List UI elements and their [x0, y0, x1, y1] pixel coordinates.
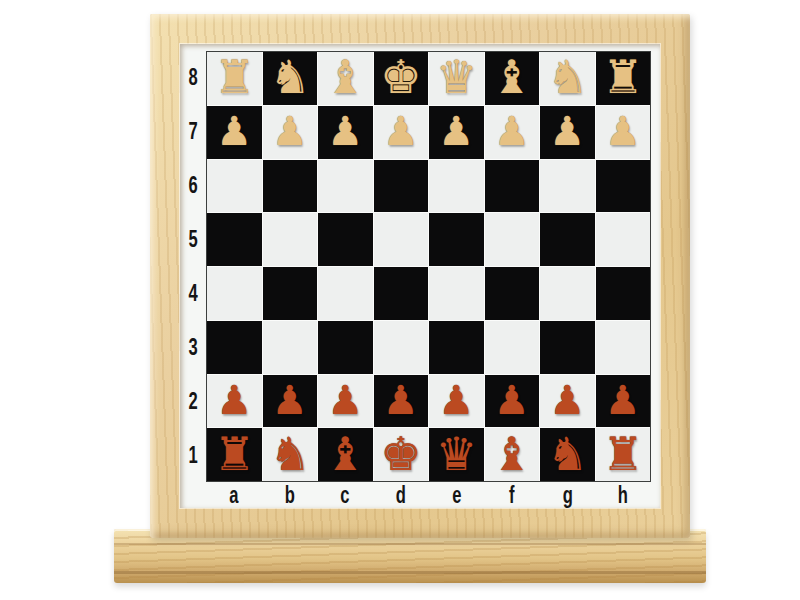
square-h3[interactable] — [596, 321, 651, 374]
file-label-c: c — [325, 482, 365, 509]
square-c8[interactable]: ♝ — [318, 52, 373, 105]
square-g5[interactable] — [540, 213, 595, 266]
red-queen-e1[interactable]: ♛ — [436, 431, 477, 477]
red-king-d1[interactable]: ♚ — [380, 431, 421, 477]
square-h1[interactable]: ♜ — [596, 428, 651, 481]
light-wood-king-d8[interactable]: ♚ — [380, 54, 421, 100]
square-c3[interactable] — [318, 321, 373, 374]
rank-label-1: 1 — [184, 428, 203, 482]
square-h2[interactable]: ♟ — [596, 375, 651, 428]
square-g7[interactable]: ♟ — [540, 106, 595, 159]
red-pawn-f2[interactable]: ♟ — [494, 380, 530, 420]
square-h5[interactable] — [596, 213, 651, 266]
red-pawn-c2[interactable]: ♟ — [327, 380, 363, 420]
square-d2[interactable]: ♟ — [374, 375, 429, 428]
file-label-g: g — [548, 482, 588, 509]
rank-label-2: 2 — [184, 374, 203, 428]
square-g6[interactable] — [540, 160, 595, 213]
square-c6[interactable] — [318, 160, 373, 213]
square-c7[interactable]: ♟ — [318, 106, 373, 159]
square-e1[interactable]: ♛ — [429, 428, 484, 481]
square-d6[interactable] — [374, 160, 429, 213]
rank-labels: 87654321 — [180, 51, 206, 482]
square-g8[interactable]: ♞ — [540, 52, 595, 105]
square-a5[interactable] — [207, 213, 262, 266]
rank-label-3: 3 — [184, 320, 203, 374]
light-wood-knight-g8[interactable]: ♞ — [547, 54, 588, 100]
square-f8[interactable]: ♝ — [485, 52, 540, 105]
red-pawn-g2[interactable]: ♟ — [549, 380, 585, 420]
square-h4[interactable] — [596, 267, 651, 320]
square-d1[interactable]: ♚ — [374, 428, 429, 481]
chess-board: ♜♞♝♚♛♝♞♜♟♟♟♟♟♟♟♟♟♟♟♟♟♟♟♟♜♞♝♚♛♝♞♜ — [206, 51, 651, 482]
square-b6[interactable] — [263, 160, 318, 213]
square-f4[interactable] — [485, 267, 540, 320]
square-e2[interactable]: ♟ — [429, 375, 484, 428]
red-pawn-d2[interactable]: ♟ — [383, 380, 419, 420]
square-h7[interactable]: ♟ — [596, 106, 651, 159]
square-e5[interactable] — [429, 213, 484, 266]
rank-label-6: 6 — [184, 159, 203, 213]
square-f1[interactable]: ♝ — [485, 428, 540, 481]
wooden-frame: 87654321 ♜♞♝♚♛♝♞♜♟♟♟♟♟♟♟♟♟♟♟♟♟♟♟♟♜♞♝♚♛♝♞… — [150, 14, 690, 538]
square-d3[interactable] — [374, 321, 429, 374]
square-d7[interactable]: ♟ — [374, 106, 429, 159]
square-h8[interactable]: ♜ — [596, 52, 651, 105]
light-wood-pawn-h7[interactable]: ♟ — [605, 111, 641, 151]
light-wood-knight-b8[interactable]: ♞ — [269, 54, 310, 100]
square-e6[interactable] — [429, 160, 484, 213]
square-a2[interactable]: ♟ — [207, 375, 262, 428]
square-f5[interactable] — [485, 213, 540, 266]
square-f2[interactable]: ♟ — [485, 375, 540, 428]
square-b8[interactable]: ♞ — [263, 52, 318, 105]
red-bishop-f1[interactable]: ♝ — [491, 431, 532, 477]
file-labels: abcdefgh — [206, 482, 651, 508]
file-label-f: f — [492, 482, 532, 509]
red-pawn-a2[interactable]: ♟ — [216, 380, 252, 420]
square-f3[interactable] — [485, 321, 540, 374]
square-e3[interactable] — [429, 321, 484, 374]
square-c4[interactable] — [318, 267, 373, 320]
square-b3[interactable] — [263, 321, 318, 374]
square-b2[interactable]: ♟ — [263, 375, 318, 428]
rank-label-5: 5 — [184, 213, 203, 267]
light-wood-rook-a8[interactable]: ♜ — [214, 54, 255, 100]
red-knight-g1[interactable]: ♞ — [547, 431, 588, 477]
square-g2[interactable]: ♟ — [540, 375, 595, 428]
square-a8[interactable]: ♜ — [207, 52, 262, 105]
square-a7[interactable]: ♟ — [207, 106, 262, 159]
square-e7[interactable]: ♟ — [429, 106, 484, 159]
square-b5[interactable] — [263, 213, 318, 266]
square-f6[interactable] — [485, 160, 540, 213]
light-wood-rook-h8[interactable]: ♜ — [602, 54, 643, 100]
light-wood-pawn-d7[interactable]: ♟ — [383, 111, 419, 151]
light-wood-queen-e8[interactable]: ♛ — [436, 54, 477, 100]
rank-label-4: 4 — [184, 267, 203, 321]
light-wood-pawn-b7[interactable]: ♟ — [272, 111, 308, 151]
red-bishop-c1[interactable]: ♝ — [325, 431, 366, 477]
light-wood-pawn-f7[interactable]: ♟ — [494, 111, 530, 151]
product-photo: 87654321 ♜♞♝♚♛♝♞♜♟♟♟♟♟♟♟♟♟♟♟♟♟♟♟♟♜♞♝♚♛♝♞… — [0, 0, 800, 600]
square-a6[interactable] — [207, 160, 262, 213]
file-label-d: d — [381, 482, 421, 509]
square-h6[interactable] — [596, 160, 651, 213]
red-pawn-h2[interactable]: ♟ — [605, 380, 641, 420]
square-c5[interactable] — [318, 213, 373, 266]
square-b7[interactable]: ♟ — [263, 106, 318, 159]
square-d5[interactable] — [374, 213, 429, 266]
square-g1[interactable]: ♞ — [540, 428, 595, 481]
file-label-e: e — [436, 482, 476, 509]
rank-label-7: 7 — [184, 105, 203, 159]
square-d8[interactable]: ♚ — [374, 52, 429, 105]
square-a3[interactable] — [207, 321, 262, 374]
file-label-b: b — [269, 482, 309, 509]
red-rook-h1[interactable]: ♜ — [602, 431, 643, 477]
square-f7[interactable]: ♟ — [485, 106, 540, 159]
light-wood-pawn-a7[interactable]: ♟ — [216, 111, 252, 151]
square-e8[interactable]: ♛ — [429, 52, 484, 105]
square-b1[interactable]: ♞ — [263, 428, 318, 481]
square-g3[interactable] — [540, 321, 595, 374]
light-wood-pawn-e7[interactable]: ♟ — [438, 111, 474, 151]
light-wood-bishop-c8[interactable]: ♝ — [325, 54, 366, 100]
square-a4[interactable] — [207, 267, 262, 320]
file-label-a: a — [214, 482, 254, 509]
red-rook-a1[interactable]: ♜ — [214, 431, 255, 477]
square-b4[interactable] — [263, 267, 318, 320]
rank-label-8: 8 — [184, 51, 203, 105]
red-knight-b1[interactable]: ♞ — [269, 431, 310, 477]
file-label-h: h — [603, 482, 643, 509]
light-wood-pawn-c7[interactable]: ♟ — [327, 111, 363, 151]
light-wood-bishop-f8[interactable]: ♝ — [491, 54, 532, 100]
light-wood-pawn-g7[interactable]: ♟ — [549, 111, 585, 151]
square-c2[interactable]: ♟ — [318, 375, 373, 428]
square-e4[interactable] — [429, 267, 484, 320]
red-pawn-e2[interactable]: ♟ — [438, 380, 474, 420]
square-g4[interactable] — [540, 267, 595, 320]
square-c1[interactable]: ♝ — [318, 428, 373, 481]
red-pawn-b2[interactable]: ♟ — [272, 380, 308, 420]
square-d4[interactable] — [374, 267, 429, 320]
board-mat: 87654321 ♜♞♝♚♛♝♞♜♟♟♟♟♟♟♟♟♟♟♟♟♟♟♟♟♜♞♝♚♛♝♞… — [180, 44, 660, 508]
square-a1[interactable]: ♜ — [207, 428, 262, 481]
